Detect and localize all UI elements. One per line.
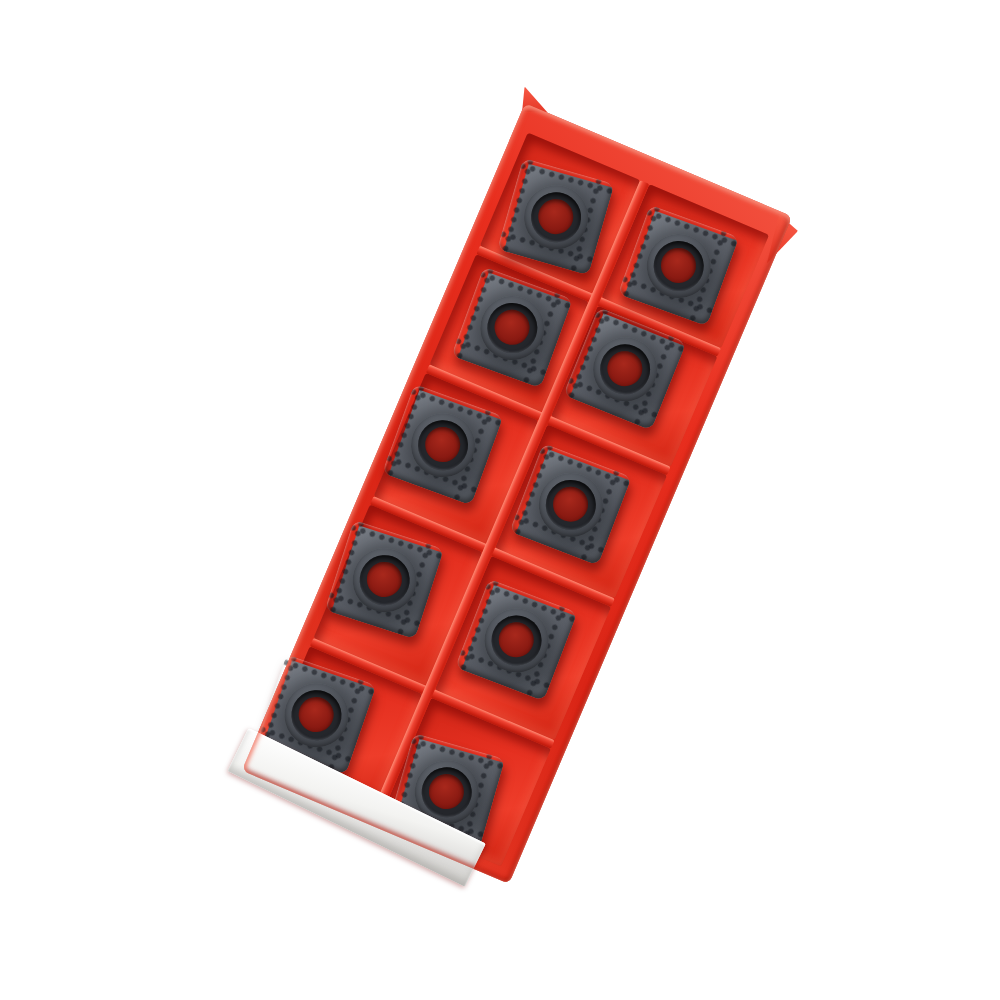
insert-bore-hole [294, 692, 338, 736]
insert-center-boss [471, 286, 553, 368]
insert-center-boss [529, 462, 612, 545]
insert-bore-rim [415, 760, 477, 822]
insert-bore-hole [420, 421, 465, 466]
insert-bore-rim [525, 185, 587, 247]
insert-bore-hole [489, 304, 534, 349]
insert-bore-rim [410, 412, 474, 476]
insert-bore-rim [353, 547, 416, 610]
insert-bore-hole [424, 769, 467, 812]
insert-bore-hole [493, 617, 538, 662]
insert-center-boss [516, 176, 595, 255]
insert-center-boss [344, 539, 425, 620]
insert-bore-rim [592, 336, 657, 401]
insert-bore-hole [656, 242, 701, 287]
insert-bore-rim [484, 607, 549, 672]
insert-bore-hole [548, 481, 593, 526]
insert-bore-hole [534, 194, 577, 237]
insert-bore-rim [284, 682, 348, 746]
insert-center-boss [275, 673, 356, 754]
insert-bore-rim [646, 233, 710, 297]
insert-bore-rim [480, 295, 544, 359]
insert-center-boss [401, 403, 483, 485]
tray-corner-flare-top [515, 87, 556, 122]
insert-center-boss [475, 598, 558, 681]
insert-center-boss [583, 326, 666, 409]
insert-tray [242, 103, 792, 884]
insert-center-boss [637, 224, 719, 306]
insert-bore-rim [538, 471, 603, 536]
product-photo [0, 0, 1000, 1000]
insert-bore-hole [602, 345, 648, 391]
insert-bore-hole [362, 557, 406, 601]
